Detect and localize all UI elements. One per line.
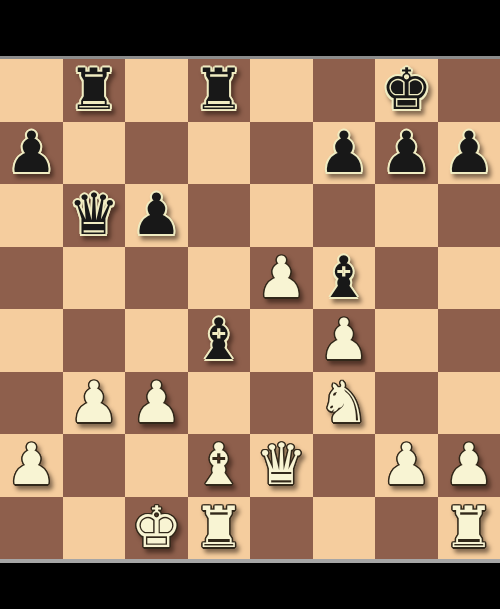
square-d6[interactable] — [188, 184, 251, 247]
top-letterbox — [0, 0, 500, 56]
square-h1[interactable]: ♜ — [438, 497, 500, 560]
square-e4[interactable] — [250, 309, 313, 372]
square-a3[interactable] — [0, 372, 63, 435]
white-bishop-d2[interactable]: ♝ — [193, 433, 244, 495]
bottom-letterbox — [0, 563, 500, 609]
black-pawn-a7[interactable]: ♟ — [6, 121, 57, 183]
square-f8[interactable] — [313, 59, 376, 122]
square-f2[interactable] — [313, 434, 376, 497]
square-b2[interactable] — [63, 434, 126, 497]
white-pawn-g2[interactable]: ♟ — [381, 433, 432, 495]
square-e1[interactable] — [250, 497, 313, 560]
black-bishop-d4[interactable]: ♝ — [193, 308, 244, 370]
square-d8[interactable]: ♜ — [188, 59, 251, 122]
square-c6[interactable]: ♟ — [125, 184, 188, 247]
square-d7[interactable] — [188, 122, 251, 185]
square-f3[interactable]: ♞ — [313, 372, 376, 435]
square-c1[interactable]: ♚ — [125, 497, 188, 560]
black-bishop-f5[interactable]: ♝ — [318, 246, 369, 308]
square-f5[interactable]: ♝ — [313, 247, 376, 310]
square-g3[interactable] — [375, 372, 438, 435]
square-a8[interactable] — [0, 59, 63, 122]
square-h5[interactable] — [438, 247, 500, 310]
square-g5[interactable] — [375, 247, 438, 310]
black-rook-b8[interactable]: ♜ — [68, 58, 119, 120]
white-pawn-c3[interactable]: ♟ — [131, 371, 182, 433]
square-f1[interactable] — [313, 497, 376, 560]
square-a5[interactable] — [0, 247, 63, 310]
square-b7[interactable] — [63, 122, 126, 185]
square-b8[interactable]: ♜ — [63, 59, 126, 122]
white-rook-d1[interactable]: ♜ — [193, 496, 244, 558]
white-queen-e2[interactable]: ♛ — [256, 433, 307, 495]
white-pawn-a2[interactable]: ♟ — [6, 433, 57, 495]
black-pawn-f7[interactable]: ♟ — [318, 121, 369, 183]
black-pawn-c6[interactable]: ♟ — [131, 183, 182, 245]
square-c5[interactable] — [125, 247, 188, 310]
square-c3[interactable]: ♟ — [125, 372, 188, 435]
square-h7[interactable]: ♟ — [438, 122, 500, 185]
chess-board: ♜♜♚♟♟♟♟♛♟♟♝♝♟♟♟♞♟♝♛♟♟♚♜♜ — [0, 59, 500, 559]
square-e6[interactable] — [250, 184, 313, 247]
black-pawn-h7[interactable]: ♟ — [443, 121, 494, 183]
square-h8[interactable] — [438, 59, 500, 122]
square-h4[interactable] — [438, 309, 500, 372]
square-f7[interactable]: ♟ — [313, 122, 376, 185]
square-d1[interactable]: ♜ — [188, 497, 251, 560]
square-a7[interactable]: ♟ — [0, 122, 63, 185]
square-g4[interactable] — [375, 309, 438, 372]
white-pawn-h2[interactable]: ♟ — [443, 433, 494, 495]
square-b1[interactable] — [63, 497, 126, 560]
square-e5[interactable]: ♟ — [250, 247, 313, 310]
square-c8[interactable] — [125, 59, 188, 122]
square-e3[interactable] — [250, 372, 313, 435]
black-pawn-g7[interactable]: ♟ — [381, 121, 432, 183]
chess-app-viewport: ♜♜♚♟♟♟♟♛♟♟♝♝♟♟♟♞♟♝♛♟♟♚♜♜ — [0, 0, 500, 609]
square-f6[interactable] — [313, 184, 376, 247]
white-king-c1[interactable]: ♚ — [131, 496, 182, 558]
white-pawn-e5[interactable]: ♟ — [256, 246, 307, 308]
square-d5[interactable] — [188, 247, 251, 310]
white-knight-f3[interactable]: ♞ — [318, 371, 369, 433]
square-h6[interactable] — [438, 184, 500, 247]
white-pawn-f4[interactable]: ♟ — [318, 308, 369, 370]
square-h3[interactable] — [438, 372, 500, 435]
square-d2[interactable]: ♝ — [188, 434, 251, 497]
square-e7[interactable] — [250, 122, 313, 185]
square-d3[interactable] — [188, 372, 251, 435]
white-rook-h1[interactable]: ♜ — [443, 496, 494, 558]
square-f4[interactable]: ♟ — [313, 309, 376, 372]
square-a4[interactable] — [0, 309, 63, 372]
square-b5[interactable] — [63, 247, 126, 310]
square-g7[interactable]: ♟ — [375, 122, 438, 185]
square-e2[interactable]: ♛ — [250, 434, 313, 497]
square-c2[interactable] — [125, 434, 188, 497]
square-b3[interactable]: ♟ — [63, 372, 126, 435]
square-a6[interactable] — [0, 184, 63, 247]
square-g6[interactable] — [375, 184, 438, 247]
square-e8[interactable] — [250, 59, 313, 122]
square-g1[interactable] — [375, 497, 438, 560]
square-d4[interactable]: ♝ — [188, 309, 251, 372]
white-pawn-b3[interactable]: ♟ — [68, 371, 119, 433]
black-rook-d8[interactable]: ♜ — [193, 58, 244, 120]
square-b6[interactable]: ♛ — [63, 184, 126, 247]
square-a2[interactable]: ♟ — [0, 434, 63, 497]
square-b4[interactable] — [63, 309, 126, 372]
square-c4[interactable] — [125, 309, 188, 372]
square-g8[interactable]: ♚ — [375, 59, 438, 122]
square-a1[interactable] — [0, 497, 63, 560]
square-h2[interactable]: ♟ — [438, 434, 500, 497]
black-queen-b6[interactable]: ♛ — [68, 183, 119, 245]
black-king-g8[interactable]: ♚ — [381, 58, 432, 120]
square-c7[interactable] — [125, 122, 188, 185]
square-g2[interactable]: ♟ — [375, 434, 438, 497]
